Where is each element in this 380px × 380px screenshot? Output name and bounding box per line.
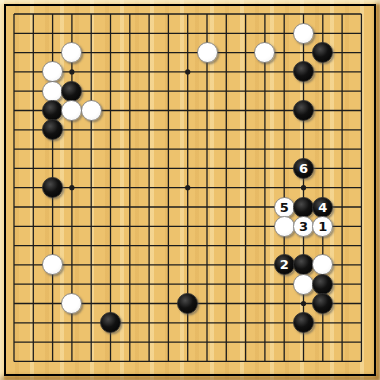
black-stone [100,312,121,333]
black-stone [293,100,314,121]
white-stone [61,100,82,121]
white-stone [293,274,314,295]
black-stone [293,254,314,275]
black-stone [42,177,63,198]
move-number-label: 4 [318,201,327,214]
white-stone [293,23,314,44]
white-stone [42,254,63,275]
go-board: 654312 [0,0,380,380]
white-stone: 5 [274,197,295,218]
white-stone [42,81,63,102]
black-stone [61,81,82,102]
black-stone: 2 [274,254,295,275]
black-stone [42,100,63,121]
white-stone [61,42,82,63]
black-stone [42,119,63,140]
white-stone: 1 [312,216,333,237]
white-stone [254,42,275,63]
black-stone: 4 [312,197,333,218]
white-stone [274,216,295,237]
move-number-label: 1 [318,220,327,233]
black-stone [312,274,333,295]
white-stone [81,100,102,121]
white-stone [61,293,82,314]
stones-layer: 654312 [0,0,380,380]
black-stone [312,293,333,314]
black-stone [293,312,314,333]
black-stone [293,61,314,82]
white-stone [197,42,218,63]
move-number-label: 6 [299,162,308,175]
move-number-label: 5 [280,201,289,214]
white-stone [42,61,63,82]
black-stone [312,42,333,63]
white-stone [312,254,333,275]
black-stone [177,293,198,314]
black-stone [293,197,314,218]
move-number-label: 2 [280,258,289,271]
move-number-label: 3 [299,220,308,233]
white-stone: 3 [293,216,314,237]
black-stone: 6 [293,158,314,179]
